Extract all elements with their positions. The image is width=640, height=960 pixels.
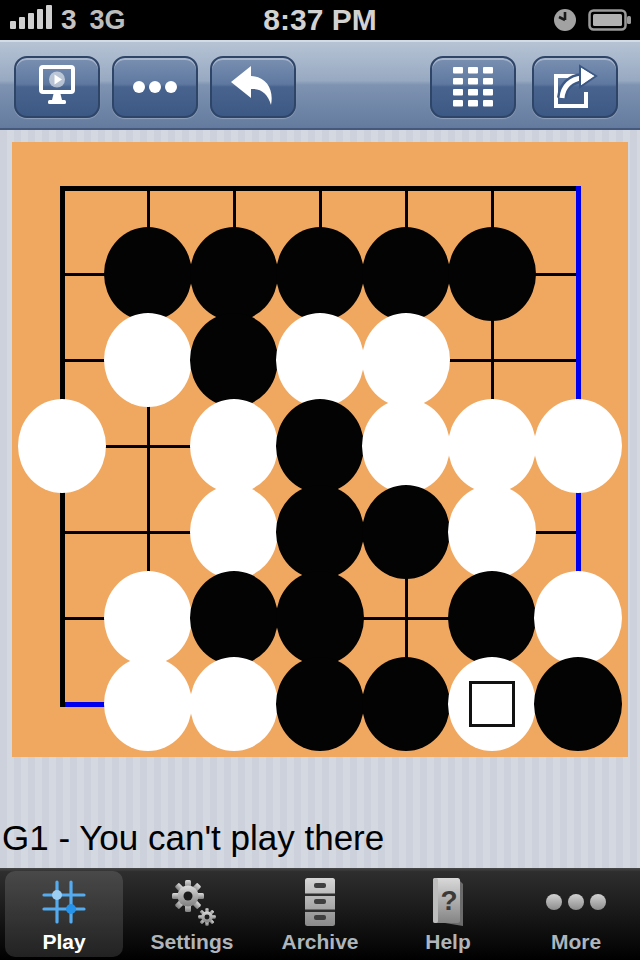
monitor-play-icon xyxy=(33,64,81,110)
tab-settings[interactable]: Settings xyxy=(128,868,256,960)
black-stone xyxy=(276,485,364,579)
tab-archive[interactable]: Archive xyxy=(256,868,384,960)
black-stone xyxy=(448,227,536,321)
black-stone xyxy=(276,657,364,751)
go-board[interactable] xyxy=(12,142,628,757)
white-stone xyxy=(190,657,278,751)
white-stone xyxy=(276,313,364,407)
white-stone xyxy=(534,399,622,493)
white-stone xyxy=(190,399,278,493)
black-stone xyxy=(276,399,364,493)
white-stone xyxy=(18,399,106,493)
status-message: G1 - You can't play there xyxy=(2,818,384,858)
undo-arrow-icon xyxy=(227,64,279,110)
svg-text:?: ? xyxy=(440,885,457,916)
gears-icon xyxy=(166,874,218,930)
white-stone xyxy=(104,657,192,751)
share-button[interactable] xyxy=(532,56,618,118)
black-stone xyxy=(276,227,364,321)
black-stone xyxy=(362,227,450,321)
toolbar xyxy=(0,40,640,130)
moves-grid-button[interactable] xyxy=(430,56,516,118)
tab-more[interactable]: More xyxy=(512,868,640,960)
black-stone xyxy=(190,571,278,665)
last-move-marker xyxy=(469,681,515,727)
tab-help[interactable]: ? Help xyxy=(384,868,512,960)
status-bar: 3 3G 8:37 PM xyxy=(0,0,640,40)
demo-button[interactable] xyxy=(14,56,100,118)
black-stone xyxy=(190,227,278,321)
status-right xyxy=(552,0,632,40)
black-stone xyxy=(190,313,278,407)
more-actions-button[interactable] xyxy=(112,56,198,118)
book-question-icon: ? xyxy=(426,874,470,930)
white-stone xyxy=(534,571,622,665)
white-stone xyxy=(448,485,536,579)
ellipsis-icon xyxy=(129,77,181,97)
tab-label: Play xyxy=(42,930,85,954)
black-stone xyxy=(534,657,622,751)
drawers-icon xyxy=(297,874,343,930)
tab-label: More xyxy=(551,930,601,954)
tab-label: Help xyxy=(425,930,471,954)
black-stone xyxy=(104,227,192,321)
tab-play[interactable]: Play xyxy=(0,868,128,960)
white-stone xyxy=(104,313,192,407)
go-board-icon xyxy=(41,874,87,930)
app-screen: 3 3G 8:37 PM xyxy=(0,0,640,960)
black-stone xyxy=(448,571,536,665)
white-stone xyxy=(362,399,450,493)
white-stone xyxy=(104,571,192,665)
black-stone xyxy=(362,485,450,579)
battery-icon xyxy=(588,8,632,32)
white-stone xyxy=(190,485,278,579)
tab-bar: Play xyxy=(0,868,640,960)
ellipsis-icon xyxy=(543,874,609,930)
tab-label: Settings xyxy=(151,930,234,954)
white-stone xyxy=(362,313,450,407)
share-icon xyxy=(550,64,600,110)
undo-button[interactable] xyxy=(210,56,296,118)
status-time: 8:37 PM xyxy=(0,0,640,40)
alarm-clock-icon xyxy=(552,7,578,33)
tab-label: Archive xyxy=(281,930,358,954)
black-stone xyxy=(362,657,450,751)
content-area: G1 - You can't play there xyxy=(0,130,640,868)
white-stone xyxy=(448,399,536,493)
grid-icon xyxy=(450,64,496,110)
black-stone xyxy=(276,571,364,665)
